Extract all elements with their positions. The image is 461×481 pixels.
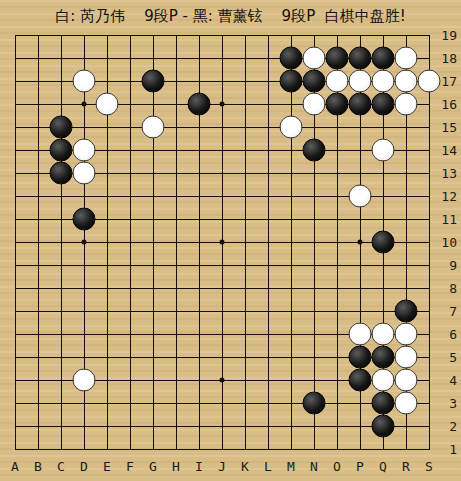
row-label-19: 19 xyxy=(431,29,457,43)
black-stone[interactable] xyxy=(349,93,372,116)
white-stone[interactable] xyxy=(372,70,395,93)
star-point xyxy=(220,378,225,383)
white-stone[interactable] xyxy=(73,369,96,392)
white-stone[interactable] xyxy=(395,47,418,70)
row-label-3: 3 xyxy=(431,397,457,411)
row-label-10: 10 xyxy=(431,236,457,250)
star-point xyxy=(220,240,225,245)
column-label-A: A xyxy=(11,460,19,474)
white-stone[interactable] xyxy=(372,139,395,162)
white-stone[interactable] xyxy=(73,139,96,162)
row-label-8: 8 xyxy=(431,282,457,296)
column-label-S: S xyxy=(425,460,433,474)
black-stone[interactable] xyxy=(395,300,418,323)
white-stone[interactable] xyxy=(303,93,326,116)
white-stone[interactable] xyxy=(395,323,418,346)
star-point xyxy=(220,102,225,107)
white-stone[interactable] xyxy=(73,162,96,185)
black-stone[interactable] xyxy=(326,93,349,116)
column-label-G: G xyxy=(149,460,157,474)
column-label-N: N xyxy=(310,460,318,474)
column-label-R: R xyxy=(402,460,410,474)
column-label-P: P xyxy=(356,460,364,474)
black-stone[interactable] xyxy=(372,346,395,369)
black-stone[interactable] xyxy=(349,346,372,369)
row-label-16: 16 xyxy=(431,98,457,112)
column-label-H: H xyxy=(172,460,180,474)
column-label-O: O xyxy=(333,460,341,474)
white-stone[interactable] xyxy=(395,369,418,392)
column-label-D: D xyxy=(80,460,88,474)
black-stone[interactable] xyxy=(280,70,303,93)
row-label-6: 6 xyxy=(431,328,457,342)
row-label-2: 2 xyxy=(431,420,457,434)
black-stone[interactable] xyxy=(50,139,73,162)
black-stone[interactable] xyxy=(280,47,303,70)
black-stone[interactable] xyxy=(303,392,326,415)
star-point xyxy=(82,240,87,245)
black-stone[interactable] xyxy=(142,70,165,93)
black-stone[interactable] xyxy=(50,162,73,185)
black-stone[interactable] xyxy=(73,208,96,231)
black-stone[interactable] xyxy=(303,139,326,162)
black-stone[interactable] xyxy=(372,415,395,438)
black-stone[interactable] xyxy=(372,231,395,254)
column-label-J: J xyxy=(218,460,226,474)
star-point xyxy=(82,102,87,107)
black-stone[interactable] xyxy=(303,70,326,93)
white-stone[interactable] xyxy=(395,93,418,116)
go-kifu-viewer: 白: 芮乃伟 9段P - 黑: 曹薰铉 9段P 白棋中盘胜! ABCDEFGHI… xyxy=(0,0,461,481)
row-label-13: 13 xyxy=(431,167,457,181)
white-stone[interactable] xyxy=(303,47,326,70)
row-label-1: 1 xyxy=(431,443,457,457)
column-label-Q: Q xyxy=(379,460,387,474)
white-stone[interactable] xyxy=(349,185,372,208)
white-stone[interactable] xyxy=(96,93,119,116)
column-label-M: M xyxy=(287,460,295,474)
black-stone[interactable] xyxy=(188,93,211,116)
black-stone[interactable] xyxy=(372,47,395,70)
white-stone[interactable] xyxy=(372,323,395,346)
row-label-9: 9 xyxy=(431,259,457,273)
white-stone[interactable] xyxy=(395,392,418,415)
star-point xyxy=(358,240,363,245)
go-board[interactable]: ABCDEFGHIJKLMNOPQRS191817161514131211109… xyxy=(0,0,461,481)
column-label-E: E xyxy=(103,460,111,474)
white-stone[interactable] xyxy=(349,70,372,93)
black-stone[interactable] xyxy=(50,116,73,139)
column-label-F: F xyxy=(126,460,134,474)
black-stone[interactable] xyxy=(372,93,395,116)
row-label-12: 12 xyxy=(431,190,457,204)
black-stone[interactable] xyxy=(326,47,349,70)
column-label-K: K xyxy=(241,460,249,474)
white-stone[interactable] xyxy=(349,323,372,346)
row-label-7: 7 xyxy=(431,305,457,319)
black-stone[interactable] xyxy=(349,47,372,70)
black-stone[interactable] xyxy=(372,392,395,415)
white-stone[interactable] xyxy=(73,70,96,93)
row-label-11: 11 xyxy=(431,213,457,227)
row-label-14: 14 xyxy=(431,144,457,158)
white-stone[interactable] xyxy=(326,70,349,93)
white-stone[interactable] xyxy=(280,116,303,139)
white-stone[interactable] xyxy=(395,346,418,369)
white-stone[interactable] xyxy=(395,70,418,93)
row-label-15: 15 xyxy=(431,121,457,135)
white-stone[interactable] xyxy=(142,116,165,139)
white-stone[interactable] xyxy=(372,369,395,392)
row-label-5: 5 xyxy=(431,351,457,365)
column-label-B: B xyxy=(34,460,42,474)
column-label-L: L xyxy=(264,460,272,474)
column-label-C: C xyxy=(57,460,65,474)
row-label-18: 18 xyxy=(431,52,457,66)
column-label-I: I xyxy=(195,460,203,474)
row-label-17: 17 xyxy=(431,75,457,89)
row-label-4: 4 xyxy=(431,374,457,388)
black-stone[interactable] xyxy=(349,369,372,392)
